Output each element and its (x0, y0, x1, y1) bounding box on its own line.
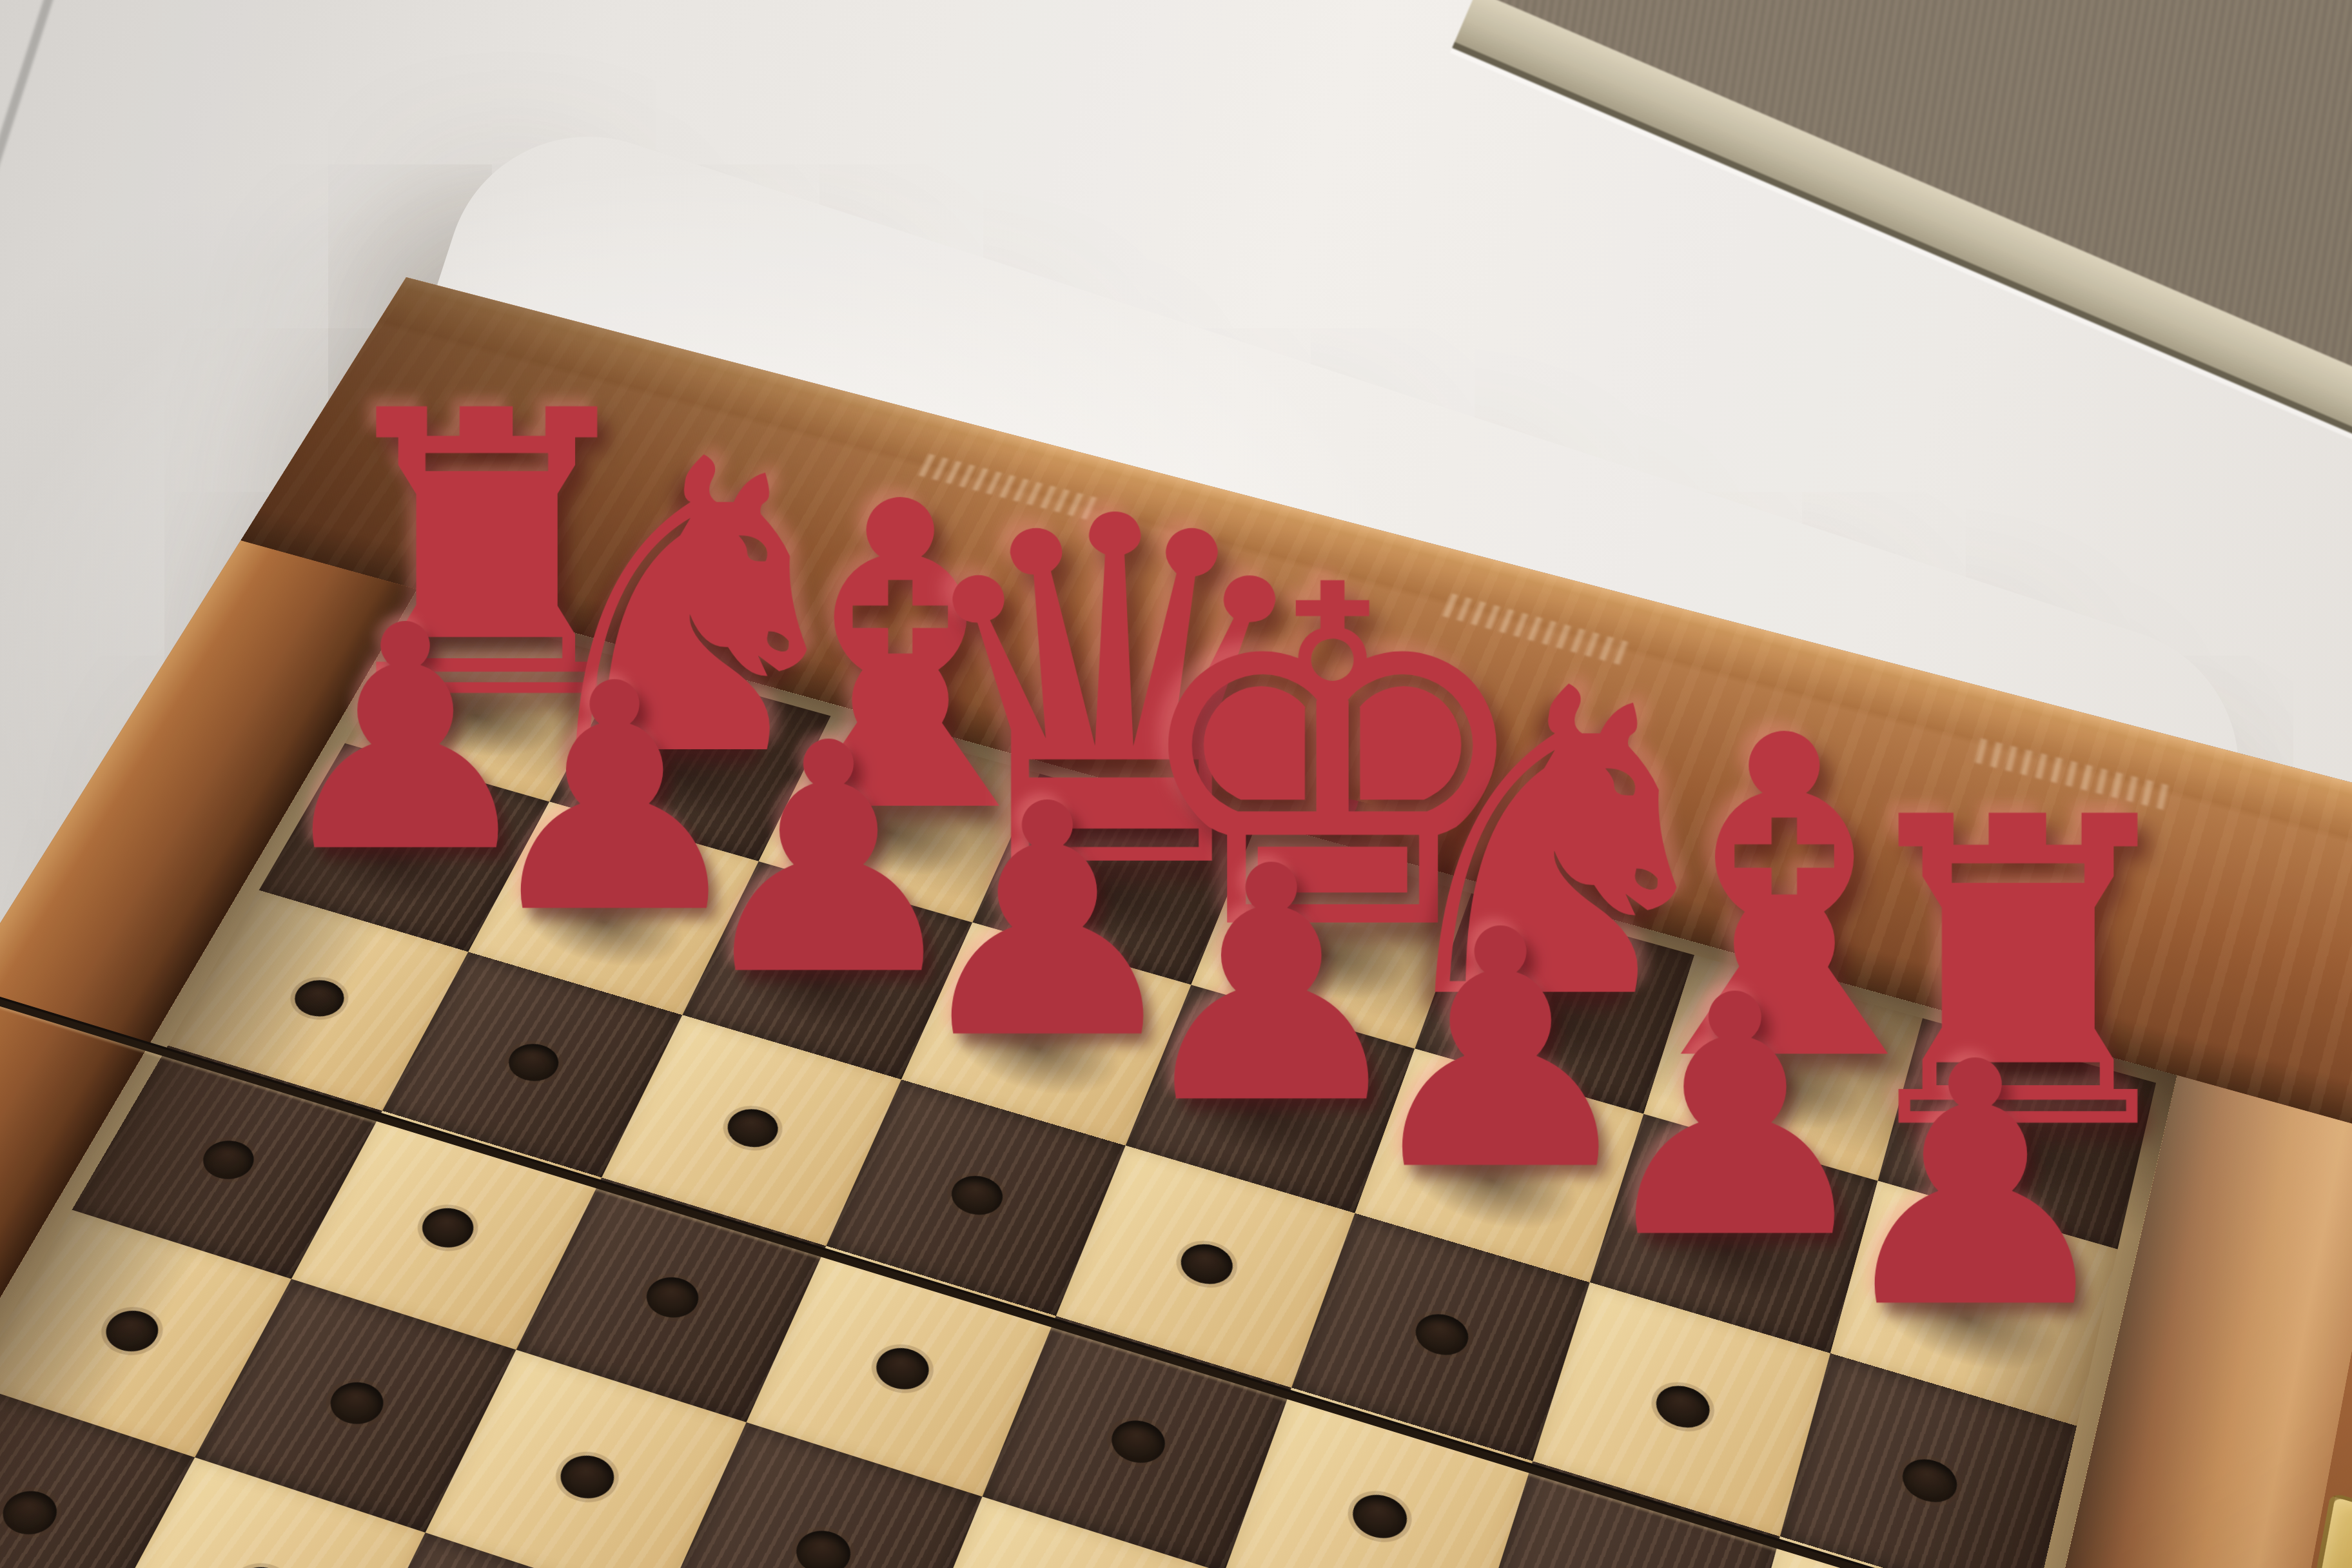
chess-board: ♜♞♝♛♚♞♝♜♟♟♟♟♟♟♟♟ (0, 589, 2177, 1568)
photo-stage: ♜♞♝♛♚♞♝♜♟♟♟♟♟♟♟♟ (0, 0, 2352, 1568)
peg-hole (946, 1171, 1008, 1220)
peg-hole (1411, 1309, 1473, 1361)
peg-hole (640, 1272, 705, 1324)
peg-hole (1595, 1565, 1660, 1568)
peg-hole (1347, 1489, 1413, 1544)
peg-hole (721, 1104, 785, 1152)
peg-hole (323, 1377, 391, 1430)
peg-hole (554, 1450, 622, 1505)
peg-hole (790, 1525, 857, 1568)
piece-red-pawn-h7[interactable]: ♟ (1825, 1033, 2126, 1342)
peg-hole (502, 1039, 565, 1086)
peg-hole (1652, 1380, 1714, 1434)
peg-hole (415, 1203, 480, 1253)
peg-hole (1175, 1239, 1238, 1289)
peg-hole (225, 1561, 295, 1568)
peg-hole (870, 1342, 935, 1395)
peg-hole (1106, 1415, 1171, 1469)
chess-box-tray: ♜♞♝♛♚♞♝♜♟♟♟♟♟♟♟♟ (0, 277, 2352, 1568)
scene-3d: ♜♞♝♛♚♞♝♜♟♟♟♟♟♟♟♟ (0, 0, 2352, 1568)
board-grid: ♜♞♝♛♚♞♝♜♟♟♟♟♟♟♟♟ (0, 604, 2156, 1568)
